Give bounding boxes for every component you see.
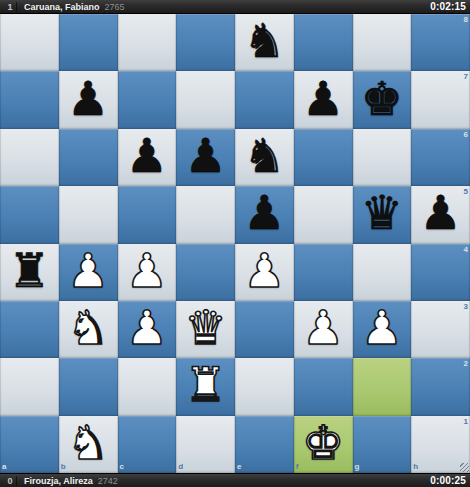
square-h6[interactable]: 6 [411,129,470,186]
bottom-player-rating: 2742 [98,476,118,486]
square-c3[interactable]: ♟︎ [118,301,177,358]
square-f2[interactable] [294,358,353,415]
square-e6[interactable]: ♞︎ [235,129,294,186]
square-h3[interactable]: 3 [411,301,470,358]
square-c2[interactable] [118,358,177,415]
square-f4[interactable] [294,244,353,301]
square-e3[interactable] [235,301,294,358]
top-player-score: 1 [4,2,17,12]
piece-bp-f7[interactable]: ♟︎ [302,75,344,122]
piece-wp-c3[interactable]: ♟︎ [126,304,168,351]
coord-file-g: g [355,463,360,471]
square-e7[interactable] [235,71,294,128]
coord-file-e: e [237,463,241,471]
square-b1[interactable]: ♞︎b [59,416,118,473]
piece-wr-d2[interactable]: ♜︎ [185,361,227,408]
coord-rank-6: 6 [464,131,468,139]
square-d1[interactable]: d [176,416,235,473]
square-a3[interactable] [0,301,59,358]
square-d5[interactable] [176,186,235,243]
bottom-player-name: Firouzja, Alireza [24,476,93,486]
top-player-bar: 1 Caruana, Fabiano 2765 0:02:15 [0,0,470,14]
square-a8[interactable] [0,14,59,71]
coord-file-b: b [61,463,66,471]
square-a7[interactable] [0,71,59,128]
piece-br-a4[interactable]: ♜︎ [8,247,50,294]
top-player-rating: 2765 [105,2,125,12]
coord-file-d: d [178,463,183,471]
coord-rank-4: 4 [464,246,468,254]
resize-grip-icon[interactable] [460,463,469,472]
square-a4[interactable]: ♜︎ [0,244,59,301]
square-h2[interactable]: 2 [411,358,470,415]
square-d7[interactable] [176,71,235,128]
square-c4[interactable]: ♟︎ [118,244,177,301]
square-e4[interactable]: ♟︎ [235,244,294,301]
square-a2[interactable] [0,358,59,415]
coord-file-c: c [120,463,124,471]
square-d4[interactable] [176,244,235,301]
square-d3[interactable]: ♛︎ [176,301,235,358]
coord-file-h: h [413,463,418,471]
piece-bp-h5[interactable]: ♟︎ [420,189,462,236]
square-f7[interactable]: ♟︎ [294,71,353,128]
square-b2[interactable] [59,358,118,415]
square-g5[interactable]: ♛︎ [353,186,412,243]
piece-bp-b7[interactable]: ♟︎ [67,75,109,122]
square-b4[interactable]: ♟︎ [59,244,118,301]
coord-file-f: f [296,463,299,471]
square-a6[interactable] [0,129,59,186]
coord-file-a: a [2,463,6,471]
piece-wq-d3[interactable]: ♛︎ [185,304,227,351]
chess-app-window: { "game": "chess", "position": { "fen": … [0,0,470,487]
coord-rank-1: 1 [464,418,468,426]
piece-wp-c4[interactable]: ♟︎ [126,247,168,294]
square-h4[interactable]: 4 [411,244,470,301]
piece-bn-e6[interactable]: ♞︎ [243,132,285,179]
square-g4[interactable] [353,244,412,301]
square-e1[interactable]: e [235,416,294,473]
coord-rank-3: 3 [464,303,468,311]
bottom-player-score: 0 [4,476,17,486]
square-c7[interactable] [118,71,177,128]
square-f1[interactable]: ♚︎f [294,416,353,473]
square-b7[interactable]: ♟︎ [59,71,118,128]
square-a5[interactable] [0,186,59,243]
square-a1[interactable]: a [0,416,59,473]
square-b6[interactable] [59,129,118,186]
square-b8[interactable] [59,14,118,71]
square-d2[interactable]: ♜︎ [176,358,235,415]
square-d8[interactable] [176,14,235,71]
piece-wp-f3[interactable]: ♟︎ [302,304,344,351]
square-g3[interactable]: ♟︎ [353,301,412,358]
square-g8[interactable] [353,14,412,71]
square-h5[interactable]: ♟︎5 [411,186,470,243]
piece-bp-c6[interactable]: ♟︎ [126,132,168,179]
square-e8[interactable]: ♞︎ [235,14,294,71]
piece-wp-g3[interactable]: ♟︎ [361,304,403,351]
coord-rank-2: 2 [464,360,468,368]
coord-rank-8: 8 [464,16,468,24]
square-c5[interactable] [118,186,177,243]
coord-rank-5: 5 [464,188,468,196]
piece-bk-g7[interactable]: ♚︎ [361,75,403,122]
square-g2[interactable] [353,358,412,415]
top-player-name: Caruana, Fabiano [24,2,100,12]
square-b5[interactable] [59,186,118,243]
piece-bn-e8[interactable]: ♞︎ [243,17,285,64]
square-c8[interactable] [118,14,177,71]
piece-wk-f1[interactable]: ♚︎ [302,419,344,466]
square-b3[interactable]: ♞︎ [59,301,118,358]
square-d6[interactable]: ♟︎ [176,129,235,186]
square-f8[interactable] [294,14,353,71]
bottom-player-clock: 0:00:25 [430,475,466,486]
bottom-player-bar: 0 Firouzja, Alireza 2742 0:00:25 [0,473,470,487]
piece-wn-b1[interactable]: ♞︎ [67,419,109,466]
square-h8[interactable]: 8 [411,14,470,71]
piece-bq-g5[interactable]: ♛︎ [361,189,403,236]
square-f3[interactable]: ♟︎ [294,301,353,358]
chess-board[interactable]: ♞︎8♟︎♟︎♚︎7♟︎♟︎♞︎6♟︎♛︎♟︎5♜︎♟︎♟︎♟︎4♞︎♟︎♛︎♟… [0,14,470,473]
piece-wn-b3[interactable]: ♞︎ [67,304,109,351]
square-h7[interactable]: 7 [411,71,470,128]
square-e5[interactable]: ♟︎ [235,186,294,243]
square-g7[interactable]: ♚︎ [353,71,412,128]
top-player-clock: 0:02:15 [430,1,466,12]
square-c1[interactable]: c [118,416,177,473]
square-e2[interactable] [235,358,294,415]
square-f6[interactable] [294,129,353,186]
square-f5[interactable] [294,186,353,243]
piece-wp-b4[interactable]: ♟︎ [67,247,109,294]
square-g6[interactable] [353,129,412,186]
piece-wp-e4[interactable]: ♟︎ [243,247,285,294]
piece-bp-d6[interactable]: ♟︎ [185,132,227,179]
piece-bp-e5[interactable]: ♟︎ [243,189,285,236]
square-g1[interactable]: g [353,416,412,473]
square-c6[interactable]: ♟︎ [118,129,177,186]
coord-rank-7: 7 [464,73,468,81]
